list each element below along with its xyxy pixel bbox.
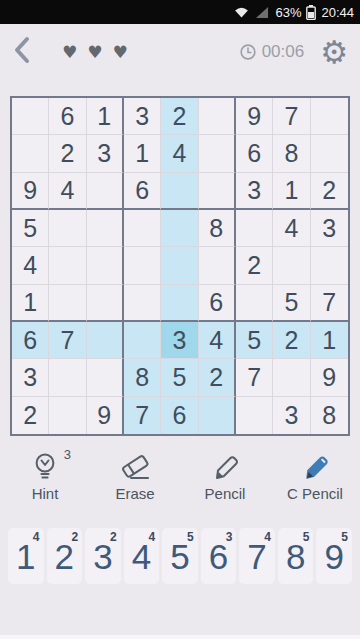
cell-r8c6[interactable]: 2 <box>199 359 236 396</box>
heart-icon: ♥ <box>113 42 128 62</box>
cell-r5c5[interactable] <box>161 247 198 284</box>
cell-digit: 3 <box>135 102 149 131</box>
cell-digit: 2 <box>322 176 336 205</box>
cell-r8c4[interactable]: 8 <box>124 359 161 396</box>
cell-r4c4[interactable] <box>124 210 161 247</box>
cell-digit: 4 <box>285 214 299 243</box>
cell-r7c6[interactable]: 4 <box>199 322 236 359</box>
cell-r5c4[interactable] <box>124 247 161 284</box>
cell-r7c7[interactable]: 5 <box>236 322 273 359</box>
cell-digit: 3 <box>97 139 111 168</box>
cell-digit: 9 <box>247 102 261 131</box>
cell-r1c7[interactable]: 9 <box>236 98 273 135</box>
cell-digit: 4 <box>209 326 223 355</box>
cell-r3c6[interactable] <box>199 173 236 210</box>
cell-r4c6[interactable]: 8 <box>199 210 236 247</box>
numpad-key-1[interactable]: 14 <box>8 528 44 584</box>
cell-r9c8[interactable]: 3 <box>273 397 310 434</box>
cell-r6c3[interactable] <box>87 285 124 322</box>
game-timer: 00:06 <box>239 42 305 62</box>
key-remaining-count: 2 <box>71 530 78 544</box>
cell-digit: 3 <box>322 214 336 243</box>
erase-label: Erase <box>115 485 154 502</box>
numpad-key-4[interactable]: 44 <box>124 528 160 584</box>
cell-r5c8[interactable] <box>273 247 310 284</box>
cell-digit: 7 <box>247 363 261 392</box>
cell-digit: 2 <box>209 363 223 392</box>
cell-r4c9[interactable]: 3 <box>311 210 348 247</box>
cell-r3c3[interactable] <box>87 173 124 210</box>
cell-r6c1[interactable]: 1 <box>12 285 49 322</box>
cell-digit: 5 <box>23 214 37 243</box>
cell-r1c6[interactable] <box>199 98 236 135</box>
cell-r3c4[interactable]: 6 <box>124 173 161 210</box>
cell-digit: 1 <box>285 176 299 205</box>
numpad-key-3[interactable]: 32 <box>85 528 121 584</box>
pencil-button[interactable]: Pencil <box>180 450 270 510</box>
key-remaining-count: 4 <box>33 530 40 544</box>
cell-r9c1[interactable]: 2 <box>12 397 49 434</box>
cell-r5c7[interactable]: 2 <box>236 247 273 284</box>
cell-r2c8[interactable]: 8 <box>273 135 310 172</box>
cell-r1c4[interactable]: 3 <box>124 98 161 135</box>
cell-r7c3[interactable] <box>87 322 124 359</box>
sudoku-board: 6132972314689463125843421657673452138527… <box>10 96 350 436</box>
cell-digit: 4 <box>61 176 75 205</box>
hint-button[interactable]: 3 Hint <box>0 450 90 510</box>
cell-r3c7[interactable]: 3 <box>236 173 273 210</box>
cell-digit: 5 <box>247 326 261 355</box>
color-pencil-button[interactable]: C Pencil <box>270 450 360 510</box>
cell-digit: 6 <box>61 102 75 131</box>
cell-digit: 9 <box>23 176 37 205</box>
cell-r8c3[interactable] <box>87 359 124 396</box>
cell-r4c8[interactable]: 4 <box>273 210 310 247</box>
numpad-key-8[interactable]: 85 <box>278 528 314 584</box>
cell-r5c6[interactable] <box>199 247 236 284</box>
cell-r8c7[interactable]: 7 <box>236 359 273 396</box>
cell-digit: 8 <box>285 139 299 168</box>
cell-r5c3[interactable] <box>87 247 124 284</box>
cell-r7c2[interactable]: 7 <box>49 322 86 359</box>
cell-r6c7[interactable] <box>236 285 273 322</box>
timer-text: 00:06 <box>262 42 305 62</box>
battery-percent-text: 63% <box>275 5 301 20</box>
cell-signal-icon <box>255 6 270 19</box>
cell-digit: 5 <box>285 288 299 317</box>
cell-r5c1[interactable]: 4 <box>12 247 49 284</box>
cell-r4c7[interactable] <box>236 210 273 247</box>
numpad: 142232445563748595 <box>8 528 352 584</box>
cell-r9c2[interactable] <box>49 397 86 434</box>
cell-digit: 4 <box>23 251 37 280</box>
cell-r4c1[interactable]: 5 <box>12 210 49 247</box>
cell-r6c9[interactable]: 7 <box>311 285 348 322</box>
cell-digit: 2 <box>285 326 299 355</box>
cell-r1c9[interactable] <box>311 98 348 135</box>
hint-label: Hint <box>32 485 59 502</box>
lightbulb-icon: 3 <box>31 450 59 484</box>
cell-r2c1[interactable] <box>12 135 49 172</box>
cell-digit: 6 <box>247 139 261 168</box>
cell-r6c8[interactable]: 5 <box>273 285 310 322</box>
cell-digit: 9 <box>322 363 336 392</box>
back-button[interactable] <box>12 35 34 69</box>
key-remaining-count: 4 <box>264 530 271 544</box>
cell-r1c1[interactable] <box>12 98 49 135</box>
cell-r9c6[interactable] <box>199 397 236 434</box>
cell-r5c2[interactable] <box>49 247 86 284</box>
cell-r4c2[interactable] <box>49 210 86 247</box>
cell-digit: 3 <box>23 363 37 392</box>
color-pencil-icon <box>298 450 332 484</box>
cell-r2c5[interactable]: 4 <box>161 135 198 172</box>
settings-gear-icon[interactable]: ⚙ <box>320 37 348 68</box>
bottom-divider <box>0 635 360 639</box>
cell-r8c5[interactable]: 5 <box>161 359 198 396</box>
cell-digit: 1 <box>322 326 336 355</box>
cell-r2c3[interactable]: 3 <box>87 135 124 172</box>
cell-r6c2[interactable] <box>49 285 86 322</box>
cell-r9c9[interactable]: 8 <box>311 397 348 434</box>
cell-r8c1[interactable]: 3 <box>12 359 49 396</box>
cell-digit: 1 <box>97 102 111 131</box>
cell-r9c5[interactable]: 6 <box>161 397 198 434</box>
cell-r6c5[interactable] <box>161 285 198 322</box>
cell-r3c1[interactable]: 9 <box>12 173 49 210</box>
status-bar: 63% 20:44 <box>0 0 360 24</box>
cell-r2c7[interactable]: 6 <box>236 135 273 172</box>
cell-digit: 6 <box>209 288 223 317</box>
key-remaining-count: 5 <box>303 530 310 544</box>
heart-icon: ♥ <box>62 42 77 62</box>
cell-digit: 7 <box>285 102 299 131</box>
cell-r3c9[interactable]: 2 <box>311 173 348 210</box>
cell-r6c4[interactable] <box>124 285 161 322</box>
wifi-icon <box>233 6 250 19</box>
key-remaining-count: 5 <box>187 530 194 544</box>
cell-digit: 2 <box>247 251 261 280</box>
cell-digit: 4 <box>173 139 187 168</box>
cell-r3c8[interactable]: 1 <box>273 173 310 210</box>
cell-r7c1[interactable]: 6 <box>12 322 49 359</box>
key-remaining-count: 2 <box>110 530 117 544</box>
numpad-key-6[interactable]: 63 <box>201 528 237 584</box>
toolbar: 3 Hint Erase Pencil <box>0 450 360 510</box>
key-remaining-count: 5 <box>341 530 348 544</box>
cell-r9c3[interactable]: 9 <box>87 397 124 434</box>
cell-digit: 2 <box>173 102 187 131</box>
cell-digit: 7 <box>135 401 149 430</box>
cell-r7c4[interactable] <box>124 322 161 359</box>
cell-digit: 5 <box>173 363 187 392</box>
color-pencil-label: C Pencil <box>287 485 343 502</box>
cell-r9c7[interactable] <box>236 397 273 434</box>
cell-digit: 8 <box>322 401 336 430</box>
cell-r1c5[interactable]: 2 <box>161 98 198 135</box>
cell-digit: 8 <box>135 363 149 392</box>
cell-r3c5[interactable] <box>161 173 198 210</box>
cell-r7c9[interactable]: 1 <box>311 322 348 359</box>
cell-r8c9[interactable]: 9 <box>311 359 348 396</box>
cell-r4c3[interactable] <box>87 210 124 247</box>
key-remaining-count: 4 <box>149 530 156 544</box>
cell-r8c2[interactable] <box>49 359 86 396</box>
cell-digit: 6 <box>173 401 187 430</box>
cell-r5c9[interactable] <box>311 247 348 284</box>
numpad-key-5[interactable]: 55 <box>162 528 198 584</box>
cell-r4c5[interactable] <box>161 210 198 247</box>
cell-digit: 8 <box>209 214 223 243</box>
hint-count-badge: 3 <box>64 447 71 462</box>
numpad-key-7[interactable]: 74 <box>239 528 275 584</box>
cell-r9c4[interactable]: 7 <box>124 397 161 434</box>
cell-digit: 1 <box>23 288 37 317</box>
pencil-label: Pencil <box>205 485 246 502</box>
cell-r3c2[interactable]: 4 <box>49 173 86 210</box>
cell-digit: 2 <box>61 139 75 168</box>
lives-indicator: ♥♥♥ <box>62 42 128 62</box>
numpad-key-2[interactable]: 22 <box>47 528 83 584</box>
cell-r2c9[interactable] <box>311 135 348 172</box>
cell-digit: 6 <box>23 326 37 355</box>
cell-digit: 3 <box>173 326 187 355</box>
clock-icon <box>239 43 257 61</box>
cell-r8c8[interactable] <box>273 359 310 396</box>
cell-r7c5[interactable]: 3 <box>161 322 198 359</box>
pencil-icon <box>208 450 242 484</box>
cell-r6c6[interactable]: 6 <box>199 285 236 322</box>
cell-r1c3[interactable]: 1 <box>87 98 124 135</box>
clock-time-text: 20:44 <box>321 5 354 20</box>
key-remaining-count: 3 <box>226 530 233 544</box>
numpad-key-9[interactable]: 95 <box>316 528 352 584</box>
cell-r1c8[interactable]: 7 <box>273 98 310 135</box>
erase-button[interactable]: Erase <box>90 450 180 510</box>
cell-r2c4[interactable]: 1 <box>124 135 161 172</box>
eraser-icon <box>118 450 152 484</box>
cell-digit: 1 <box>135 139 149 168</box>
cell-r2c2[interactable]: 2 <box>49 135 86 172</box>
heart-icon: ♥ <box>87 42 102 62</box>
cell-r1c2[interactable]: 6 <box>49 98 86 135</box>
cell-digit: 7 <box>61 326 75 355</box>
cell-r7c8[interactable]: 2 <box>273 322 310 359</box>
cell-digit: 6 <box>135 176 149 205</box>
cell-digit: 7 <box>322 288 336 317</box>
cell-digit: 9 <box>97 401 111 430</box>
cell-r2c6[interactable] <box>199 135 236 172</box>
battery-icon <box>306 5 316 20</box>
game-header: ♥♥♥ 00:06 ⚙ <box>0 24 360 80</box>
cell-digit: 3 <box>285 401 299 430</box>
cell-digit: 2 <box>23 401 37 430</box>
cell-digit: 3 <box>247 176 261 205</box>
